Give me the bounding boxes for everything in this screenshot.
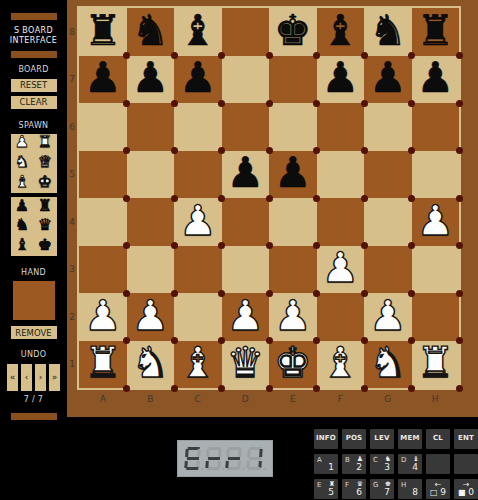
lcd-segment (186, 467, 198, 470)
spawn-white-knight[interactable]: ♞ (11, 153, 34, 173)
square-d2[interactable]: ♟ (222, 293, 270, 341)
white-pawn-icon: ♟ (15, 134, 29, 150)
square-b4[interactable] (127, 198, 175, 246)
square-a7[interactable]: ♟ (79, 56, 127, 104)
info-key[interactable]: INFO (314, 429, 338, 449)
reset-button[interactable]: RESET (11, 79, 57, 92)
black-pawn-c7: ♟ (179, 57, 217, 99)
key-digit: 4 (412, 462, 418, 472)
file-label-d: D (222, 394, 270, 404)
divider-bar (11, 51, 57, 58)
square-a6[interactable] (79, 103, 127, 151)
board-section-label: BOARD (18, 65, 48, 75)
square-c3[interactable] (174, 246, 222, 294)
key-digit: 3 (384, 462, 390, 472)
square-c8[interactable]: ♝ (174, 8, 222, 56)
square-b6[interactable] (127, 103, 175, 151)
square-g4[interactable] (364, 198, 412, 246)
cl-key[interactable]: CL (426, 429, 450, 449)
black-knight-g8: ♞ (369, 10, 407, 52)
white-square-icon: □ (430, 488, 438, 497)
black-king-e8: ♚ (274, 10, 312, 52)
black-pawn-e5: ♟ (274, 152, 312, 194)
black-pawn-a7: ♟ (84, 57, 122, 99)
spawn-section-label: SPAWN (19, 121, 49, 131)
square-a3[interactable] (79, 246, 127, 294)
square-b7[interactable]: ♟ (127, 56, 175, 104)
square-h7[interactable]: ♟ (412, 56, 460, 104)
lcd-decimal-ghost (262, 468, 265, 471)
file-label-f: F (317, 394, 365, 404)
undo-all-button[interactable]: « (7, 364, 18, 391)
mem-key[interactable]: MEM (398, 429, 422, 449)
undo-counter: 7 / 7 (24, 395, 43, 405)
black-pawn-f7: ♟ (321, 57, 359, 99)
key-label: MEM (398, 434, 422, 442)
white-knight-icon: ♞ (15, 154, 29, 170)
lcd-segment (227, 467, 239, 470)
square-f1[interactable]: ♝ (317, 341, 365, 389)
square-e6[interactable] (269, 103, 317, 151)
square-e4[interactable] (269, 198, 317, 246)
square-f3[interactable]: ♟ (317, 246, 365, 294)
lcd-segment (185, 449, 188, 457)
black-knight-b8: ♞ (131, 10, 169, 52)
square-h6[interactable] (412, 103, 460, 151)
white-pawn-g2: ♟ (369, 295, 407, 337)
lcd-segment (225, 461, 228, 469)
square-h5[interactable] (412, 151, 460, 199)
key-digit: 2 (356, 462, 362, 472)
file-label-a: A (79, 394, 127, 404)
undo-section-label: UNDO (21, 350, 47, 360)
file-label-g: G (364, 394, 412, 404)
spawn-black-pawn[interactable]: ♟ (11, 197, 34, 217)
white-bishop-f1: ♝ (321, 342, 359, 384)
key-f6[interactable]: F♛6 (342, 479, 366, 499)
lcd-digit-4 (246, 447, 263, 470)
square-g3[interactable] (364, 246, 412, 294)
square-d4[interactable] (222, 198, 270, 246)
lcd-decimal-ghost (201, 468, 204, 471)
redo-all-button[interactable]: » (49, 364, 60, 391)
square-h4[interactable]: ♟ (412, 198, 460, 246)
white-pawn-h4: ♟ (416, 200, 454, 242)
white-bishop-icon: ♝ (15, 174, 29, 190)
square-b2[interactable]: ♟ (127, 293, 175, 341)
rank-label-2: 2 (67, 293, 77, 341)
rank-label-4: 4 (67, 198, 77, 246)
square-d1[interactable]: ♛ (222, 341, 270, 389)
square-h8[interactable]: ♜ (412, 8, 460, 56)
key-c3[interactable]: C♞3 (370, 454, 394, 474)
lcd-segment (206, 467, 218, 470)
key-digit: 9 (440, 487, 446, 497)
white-pawn-b2: ♟ (131, 295, 169, 337)
black-queen-icon: ♛ (38, 217, 52, 233)
square-f7[interactable]: ♟ (317, 56, 365, 104)
black-rook-icon: ♜ (38, 198, 52, 214)
lcd-digit-3 (225, 447, 242, 470)
key-b2[interactable]: B♟2 (342, 454, 366, 474)
lcd-segment (227, 457, 239, 460)
app-title-line1: S BOARD (14, 26, 53, 36)
square-c6[interactable] (174, 103, 222, 151)
spawn-black-king[interactable]: ♚ (34, 236, 57, 256)
blank-key[interactable] (426, 454, 450, 474)
key-digit: 8 (412, 487, 418, 497)
divider-bar (11, 413, 57, 420)
back-arrow-key-9[interactable]: ←□9 (426, 479, 450, 499)
square-e3[interactable] (269, 246, 317, 294)
chess-board: ♜♞♝♚♝♞♜♟♟♟♟♟♟♟♟♟♟♟♟♟♟♟♟♜♞♝♛♚♝♞♜ (77, 6, 461, 390)
spawn-black-bishop[interactable]: ♝ (11, 236, 34, 256)
lcd-segment (247, 449, 250, 457)
hand-display (13, 281, 55, 320)
clear-button[interactable]: CLEAR (11, 96, 57, 109)
black-pawn-d5: ♟ (226, 152, 264, 194)
key-letter: A (317, 456, 322, 464)
lcd-segment (208, 447, 220, 450)
black-pawn-icon: ♟ (15, 198, 29, 214)
square-c7[interactable]: ♟ (174, 56, 222, 104)
square-e7[interactable] (269, 56, 317, 104)
key-a1[interactable]: A1 (314, 454, 338, 474)
spawn-white-queen[interactable]: ♛ (34, 153, 57, 173)
spawn-white-panel: ♟♜♞♛♝♚ (11, 134, 57, 193)
sidebar: S BOARD INTERFACE BOARD RESET CLEAR SPAW… (0, 0, 67, 420)
key-letter: E (317, 481, 321, 489)
key-d4[interactable]: D♝4 (398, 454, 422, 474)
lcd-segment (259, 449, 262, 457)
square-c5[interactable] (174, 151, 222, 199)
white-rook-h1: ♜ (416, 342, 454, 384)
key-g7[interactable]: G♚7 (370, 479, 394, 499)
lcd-segment (248, 457, 260, 460)
white-knight-g1: ♞ (369, 342, 407, 384)
square-c4[interactable]: ♟ (174, 198, 222, 246)
black-bishop-f8: ♝ (321, 10, 359, 52)
square-a4[interactable] (79, 198, 127, 246)
chess-board-frame: 87654321 ♜♞♝♚♝♞♜♟♟♟♟♟♟♟♟♟♟♟♟♟♟♟♟♜♞♝♛♚♝♞♜… (67, 0, 478, 417)
square-f5[interactable] (317, 151, 365, 199)
square-f4[interactable] (317, 198, 365, 246)
square-a5[interactable] (79, 151, 127, 199)
white-pawn-d2: ♟ (226, 295, 264, 337)
key-letter: G (373, 481, 378, 489)
spawn-black-knight[interactable]: ♞ (11, 216, 34, 236)
ent-key[interactable]: ENT (454, 429, 478, 449)
square-c2[interactable] (174, 293, 222, 341)
square-f6[interactable] (317, 103, 365, 151)
redo-one-button[interactable]: › (35, 364, 46, 391)
white-pawn-a2: ♟ (84, 295, 122, 337)
black-bishop-icon: ♝ (15, 237, 29, 253)
white-king-e1: ♚ (274, 342, 312, 384)
spawn-black-rook[interactable]: ♜ (34, 197, 57, 217)
white-queen-icon: ♛ (38, 154, 52, 170)
hand-section-label: HAND (21, 268, 46, 278)
rank-label-7: 7 (67, 56, 77, 104)
undo-controls: «‹›» (7, 364, 60, 391)
rank-label-3: 3 (67, 246, 77, 294)
file-label-e: E (269, 394, 317, 404)
rank-label-8: 8 (67, 8, 77, 56)
lcd-segment (186, 457, 198, 460)
square-d3[interactable] (222, 246, 270, 294)
pos-key[interactable]: POS (342, 429, 366, 449)
lcd-segment (218, 449, 221, 457)
lcd-segment (184, 461, 187, 469)
white-knight-b1: ♞ (131, 342, 169, 384)
square-h1[interactable]: ♜ (412, 341, 460, 389)
key-label: CL (426, 434, 450, 442)
black-knight-icon: ♞ (15, 217, 29, 233)
white-bishop-c1: ♝ (179, 342, 217, 384)
spawn-black-panel: ♟♜♞♛♝♚ (11, 197, 57, 256)
rank-label-6: 6 (67, 103, 77, 151)
spawn-white-king[interactable]: ♚ (34, 173, 57, 193)
square-g5[interactable] (364, 151, 412, 199)
white-pawn-f3: ♟ (321, 247, 359, 289)
white-king-icon: ♚ (38, 174, 52, 190)
spawn-black-queen[interactable]: ♛ (34, 216, 57, 236)
lcd-segment (249, 447, 261, 450)
lcd-segment (247, 467, 259, 470)
key-letter: H (401, 481, 406, 489)
forward-arrow-key-0[interactable]: →■0 (454, 479, 478, 499)
key-label: LEV (370, 434, 394, 442)
black-pawn-g7: ♟ (369, 57, 407, 99)
key-h8[interactable]: H8 (398, 479, 422, 499)
key-label: INFO (314, 434, 338, 442)
square-b8[interactable]: ♞ (127, 8, 175, 56)
key-digit: 5 (328, 487, 334, 497)
lev-key[interactable]: LEV (370, 429, 394, 449)
remove-button[interactable]: REMOVE (11, 326, 57, 339)
lcd-segment (198, 449, 201, 457)
square-d8[interactable] (222, 8, 270, 56)
square-e1[interactable]: ♚ (269, 341, 317, 389)
black-rook-h8: ♜ (416, 10, 454, 52)
square-a2[interactable]: ♟ (79, 293, 127, 341)
black-bishop-c8: ♝ (179, 10, 217, 52)
lcd-decimal-ghost (221, 468, 224, 471)
square-c1[interactable]: ♝ (174, 341, 222, 389)
key-e5[interactable]: E♜5 (314, 479, 338, 499)
key-digit: 6 (356, 487, 362, 497)
chess-interface-window: S BOARD INTERFACE BOARD RESET CLEAR SPAW… (0, 0, 478, 500)
black-pawn-b7: ♟ (131, 57, 169, 99)
lcd-digit-1 (184, 447, 201, 470)
spawn-white-bishop[interactable]: ♝ (11, 173, 34, 193)
square-g8[interactable]: ♞ (364, 8, 412, 56)
lcd-segment (207, 457, 219, 460)
lcd-segment (246, 461, 249, 469)
key-label: ENT (454, 434, 478, 442)
square-d5[interactable]: ♟ (222, 151, 270, 199)
square-e8[interactable]: ♚ (269, 8, 317, 56)
key-label: POS (342, 434, 366, 442)
rank-label-5: 5 (67, 151, 77, 199)
square-g6[interactable] (364, 103, 412, 151)
white-pawn-c4: ♟ (179, 200, 217, 242)
square-e5[interactable]: ♟ (269, 151, 317, 199)
key-digit: 1 (328, 462, 334, 472)
lcd-segment (206, 449, 209, 457)
square-d7[interactable] (222, 56, 270, 104)
key-letter: B (345, 456, 350, 464)
key-digit: 0 (468, 487, 474, 497)
black-rook-a8: ♜ (84, 10, 122, 52)
keypad: INFOPOSLEVMEMCLENTA1B♟2C♞3D♝4E♜5F♛6G♚7H8… (314, 429, 478, 499)
square-g7[interactable]: ♟ (364, 56, 412, 104)
spawn-white-rook[interactable]: ♜ (34, 134, 57, 154)
key-letter: C (373, 456, 378, 464)
white-rook-icon: ♜ (38, 134, 52, 150)
square-b3[interactable] (127, 246, 175, 294)
key-letter: F (345, 481, 349, 489)
square-f2[interactable] (317, 293, 365, 341)
white-rook-a1: ♜ (84, 342, 122, 384)
seven-segment-display (177, 440, 273, 477)
white-pawn-e2: ♟ (274, 295, 312, 337)
blank-key[interactable] (454, 454, 478, 474)
rank-label-1: 1 (67, 341, 77, 389)
black-pawn-h7: ♟ (416, 57, 454, 99)
square-d6[interactable] (222, 103, 270, 151)
square-g1[interactable]: ♞ (364, 341, 412, 389)
square-h2[interactable] (412, 293, 460, 341)
lcd-segment (226, 449, 229, 457)
lcd-segment (205, 461, 208, 469)
lcd-segment (239, 449, 242, 457)
app-title-line2: INTERFACE (10, 36, 57, 46)
square-b1[interactable]: ♞ (127, 341, 175, 389)
divider-bar (11, 13, 57, 20)
spawn-white-pawn[interactable]: ♟ (11, 134, 34, 154)
square-h3[interactable] (412, 246, 460, 294)
black-square-icon: ■ (458, 488, 466, 497)
square-f8[interactable]: ♝ (317, 8, 365, 56)
square-a8[interactable]: ♜ (79, 8, 127, 56)
square-a1[interactable]: ♜ (79, 341, 127, 389)
file-label-h: H (412, 394, 460, 404)
undo-one-button[interactable]: ‹ (21, 364, 32, 391)
lcd-decimal-ghost (242, 468, 245, 471)
file-label-b: B (127, 394, 175, 404)
black-king-icon: ♚ (38, 237, 52, 253)
square-e2[interactable]: ♟ (269, 293, 317, 341)
key-letter: D (401, 456, 406, 464)
key-digit: 7 (384, 487, 390, 497)
white-queen-d1: ♛ (226, 342, 264, 384)
file-label-c: C (174, 394, 222, 404)
lcd-digit-2 (205, 447, 222, 470)
square-b5[interactable] (127, 151, 175, 199)
square-g2[interactable]: ♟ (364, 293, 412, 341)
